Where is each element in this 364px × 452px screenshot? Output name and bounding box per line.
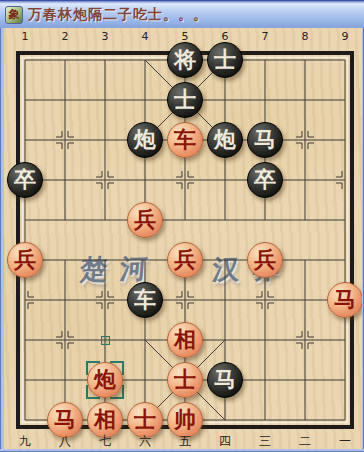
piece-glyph: 士 <box>134 405 156 435</box>
titlebar[interactable]: 象 万春林炮隔二子吃士。。。 <box>0 0 364 28</box>
piece-glyph: 马 <box>254 125 276 155</box>
piece-black-炮-f6r3[interactable]: 炮 <box>207 122 243 158</box>
file-label-top-3: 3 <box>95 30 115 44</box>
file-label-bottom-7: 三 <box>255 433 275 448</box>
file-label-top-4: 4 <box>135 30 155 44</box>
piece-black-马-f6r9[interactable]: 马 <box>207 362 243 398</box>
piece-glyph: 马 <box>214 365 236 395</box>
piece-glyph: 马 <box>54 405 76 435</box>
file-label-top-1: 1 <box>15 30 35 44</box>
piece-red-兵-f4r5[interactable]: 兵 <box>127 202 163 238</box>
file-label-bottom-2: 八 <box>55 433 75 448</box>
file-label-bottom-1: 九 <box>15 433 35 448</box>
piece-glyph: 车 <box>174 125 196 155</box>
piece-glyph: 炮 <box>214 125 236 155</box>
piece-black-马-f7r3[interactable]: 马 <box>247 122 283 158</box>
piece-red-兵-f7r6[interactable]: 兵 <box>247 242 283 278</box>
piece-red-炮-f3r9[interactable]: 炮 <box>87 362 123 398</box>
piece-red-马-f9r7[interactable]: 马 <box>327 282 363 318</box>
window-title: 万春林炮隔二子吃士。。。 <box>28 6 208 24</box>
file-label-top-9: 9 <box>335 30 355 44</box>
piece-glyph: 相 <box>174 325 196 355</box>
file-label-bottom-3: 七 <box>95 433 115 448</box>
piece-glyph: 炮 <box>134 125 156 155</box>
piece-glyph: 卒 <box>14 165 36 195</box>
file-label-bottom-5: 五 <box>175 433 195 448</box>
piece-black-车-f4r7[interactable]: 车 <box>127 282 163 318</box>
piece-glyph: 兵 <box>134 205 156 235</box>
file-label-bottom-8: 二 <box>295 433 315 448</box>
piece-glyph: 卒 <box>254 165 276 195</box>
file-label-bottom-9: 一 <box>335 433 355 448</box>
file-label-top-7: 7 <box>255 30 275 44</box>
piece-black-士-f5r2[interactable]: 士 <box>167 82 203 118</box>
piece-red-兵-f5r6[interactable]: 兵 <box>167 242 203 278</box>
piece-glyph: 相 <box>94 405 116 435</box>
file-label-top-2: 2 <box>55 30 75 44</box>
piece-glyph: 车 <box>134 285 156 315</box>
piece-black-卒-f1r4[interactable]: 卒 <box>7 162 43 198</box>
app-icon: 象 <box>5 6 23 24</box>
piece-glyph: 帅 <box>174 405 196 435</box>
piece-glyph: 将 <box>174 45 196 75</box>
piece-glyph: 兵 <box>254 245 276 275</box>
piece-red-士-f5r9[interactable]: 士 <box>167 362 203 398</box>
file-label-top-5: 5 <box>175 30 195 44</box>
piece-black-将-f5r1[interactable]: 将 <box>167 42 203 78</box>
piece-glyph: 士 <box>214 45 236 75</box>
piece-glyph: 士 <box>174 85 196 115</box>
piece-glyph: 兵 <box>14 245 36 275</box>
file-label-top-8: 8 <box>295 30 315 44</box>
piece-red-相-f5r8[interactable]: 相 <box>167 322 203 358</box>
piece-black-士-f6r1[interactable]: 士 <box>207 42 243 78</box>
piece-glyph: 兵 <box>174 245 196 275</box>
file-label-bottom-4: 六 <box>135 433 155 448</box>
piece-red-车-f5r3[interactable]: 车 <box>167 122 203 158</box>
file-label-top-6: 6 <box>215 30 235 44</box>
piece-glyph: 士 <box>174 365 196 395</box>
file-label-bottom-6: 四 <box>215 433 235 448</box>
piece-black-卒-f7r4[interactable]: 卒 <box>247 162 283 198</box>
piece-black-炮-f4r3[interactable]: 炮 <box>127 122 163 158</box>
window-border-left <box>0 28 4 452</box>
app-window: 象 万春林炮隔二子吃士。。。 楚河 汉界 将士士炮车炮马卒卒兵兵兵兵车马相炮士马… <box>0 0 364 452</box>
piece-glyph: 马 <box>334 285 356 315</box>
river-text-chuhe: 楚河 <box>68 251 171 287</box>
piece-red-兵-f1r6[interactable]: 兵 <box>7 242 43 278</box>
piece-glyph: 炮 <box>94 365 116 395</box>
